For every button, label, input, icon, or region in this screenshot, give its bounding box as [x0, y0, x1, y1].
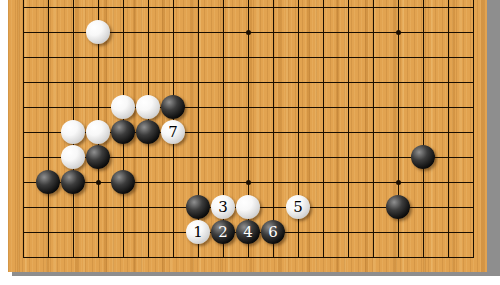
- intersection: [286, 245, 311, 270]
- intersection: [86, 95, 111, 120]
- intersection: [236, 120, 261, 145]
- intersection: [136, 95, 161, 120]
- intersection: [136, 145, 161, 170]
- intersection: [211, 245, 236, 270]
- intersection: [111, 20, 136, 45]
- intersection: [461, 45, 486, 70]
- intersection: [186, 170, 211, 195]
- intersection: 2: [211, 220, 236, 245]
- intersection: [236, 195, 261, 220]
- intersection: [236, 245, 261, 270]
- intersection: [111, 95, 136, 120]
- intersection: [286, 220, 311, 245]
- intersection: [261, 0, 286, 20]
- intersection: [161, 245, 186, 270]
- move-5-white-stone: 5: [286, 195, 310, 219]
- intersection: [211, 145, 236, 170]
- intersection: [61, 70, 86, 95]
- intersection: [236, 70, 261, 95]
- intersection: [411, 0, 436, 20]
- intersection: [36, 195, 61, 220]
- intersection: [361, 220, 386, 245]
- intersection: [136, 170, 161, 195]
- intersection: [61, 120, 86, 145]
- intersection: [361, 245, 386, 270]
- intersection: [136, 45, 161, 70]
- intersection: [361, 45, 386, 70]
- intersection: [11, 70, 36, 95]
- intersection: [436, 70, 461, 95]
- intersection: [461, 95, 486, 120]
- intersection: [86, 20, 111, 45]
- intersection: [386, 95, 411, 120]
- intersection: [336, 70, 361, 95]
- white-stone: [86, 120, 110, 144]
- intersection: [311, 20, 336, 45]
- intersection: [111, 120, 136, 145]
- intersection: [61, 220, 86, 245]
- intersection: [386, 220, 411, 245]
- intersection: [36, 245, 61, 270]
- intersection: [436, 120, 461, 145]
- move-number-label: 5: [293, 195, 303, 219]
- intersection: [336, 20, 361, 45]
- intersection: [311, 195, 336, 220]
- white-stone: [136, 95, 160, 119]
- intersection: [411, 20, 436, 45]
- intersection: [411, 245, 436, 270]
- intersection: [136, 195, 161, 220]
- intersection: [211, 120, 236, 145]
- intersection: [386, 70, 411, 95]
- intersection: [311, 220, 336, 245]
- intersection: [36, 45, 61, 70]
- intersection: [361, 145, 386, 170]
- go-board: 7351246: [8, 0, 487, 272]
- move-number-label: 4: [243, 220, 253, 244]
- intersection: [436, 0, 461, 20]
- intersection: [386, 245, 411, 270]
- intersection: [36, 145, 61, 170]
- intersection: [286, 170, 311, 195]
- intersection: [186, 20, 211, 45]
- intersection: [86, 170, 111, 195]
- intersection: [61, 45, 86, 70]
- intersection: 5: [286, 195, 311, 220]
- intersection: [161, 45, 186, 70]
- intersection: [336, 220, 361, 245]
- intersection: [311, 245, 336, 270]
- intersection: [61, 195, 86, 220]
- intersection: [186, 195, 211, 220]
- star-point: [96, 180, 101, 185]
- intersection: [436, 45, 461, 70]
- move-number-label: 7: [168, 120, 178, 144]
- intersection: [286, 70, 311, 95]
- intersection: [11, 245, 36, 270]
- intersection: [86, 220, 111, 245]
- move-7-white-stone: 7: [161, 120, 185, 144]
- intersection: 6: [261, 220, 286, 245]
- intersection: [336, 95, 361, 120]
- intersection: 7: [161, 120, 186, 145]
- intersection: [411, 170, 436, 195]
- intersection: [11, 45, 36, 70]
- intersection: 1: [186, 220, 211, 245]
- intersection: [161, 95, 186, 120]
- intersection: [461, 195, 486, 220]
- black-stone: [111, 120, 135, 144]
- star-point: [246, 180, 251, 185]
- white-stone: [111, 95, 135, 119]
- intersection: [436, 170, 461, 195]
- move-1-white-stone: 1: [186, 220, 210, 244]
- intersection: [86, 145, 111, 170]
- intersection: [11, 145, 36, 170]
- intersection: [336, 0, 361, 20]
- intersection: [236, 95, 261, 120]
- intersection: [11, 170, 36, 195]
- intersection: [161, 195, 186, 220]
- intersection: [61, 0, 86, 20]
- white-stone: [86, 20, 110, 44]
- black-stone: [411, 145, 435, 169]
- move-number-label: 1: [193, 220, 203, 244]
- black-stone: [386, 195, 410, 219]
- intersection: [361, 20, 386, 45]
- intersection: [261, 70, 286, 95]
- intersection: [211, 95, 236, 120]
- white-stone: [61, 120, 85, 144]
- intersection: [136, 245, 161, 270]
- intersection: [111, 245, 136, 270]
- intersection: [311, 145, 336, 170]
- intersection: [111, 0, 136, 20]
- intersection: [36, 70, 61, 95]
- intersection: [161, 70, 186, 95]
- intersection: [336, 195, 361, 220]
- intersection: [311, 0, 336, 20]
- intersection: [236, 45, 261, 70]
- intersection: [311, 70, 336, 95]
- intersection: [61, 170, 86, 195]
- intersection: [286, 0, 311, 20]
- intersection: [86, 45, 111, 70]
- intersection: [211, 0, 236, 20]
- intersection: [461, 120, 486, 145]
- intersection: [211, 45, 236, 70]
- intersection: [361, 170, 386, 195]
- intersection: [161, 20, 186, 45]
- intersection: [111, 70, 136, 95]
- intersection: [261, 195, 286, 220]
- intersection: [361, 0, 386, 20]
- intersection: [361, 120, 386, 145]
- intersection: [386, 0, 411, 20]
- intersection: [386, 145, 411, 170]
- intersection: [411, 120, 436, 145]
- intersection: [261, 170, 286, 195]
- intersection: [461, 70, 486, 95]
- intersection: [161, 220, 186, 245]
- intersection: [411, 145, 436, 170]
- white-stone: [61, 145, 85, 169]
- intersection: [186, 245, 211, 270]
- intersection: [261, 245, 286, 270]
- intersection: [461, 145, 486, 170]
- intersection: [436, 245, 461, 270]
- intersection: [411, 70, 436, 95]
- intersection: [136, 20, 161, 45]
- intersection: [436, 95, 461, 120]
- star-point: [246, 30, 251, 35]
- intersection: [11, 120, 36, 145]
- intersection: [161, 0, 186, 20]
- intersection: [136, 120, 161, 145]
- intersection: [61, 245, 86, 270]
- intersection: [36, 120, 61, 145]
- intersection: [361, 70, 386, 95]
- intersection: [86, 245, 111, 270]
- intersection: [261, 145, 286, 170]
- intersection: [236, 145, 261, 170]
- black-stone: [136, 120, 160, 144]
- intersection: [61, 20, 86, 45]
- intersection: [336, 120, 361, 145]
- move-6-black-stone: 6: [261, 220, 285, 244]
- intersection: [111, 145, 136, 170]
- intersection: [236, 0, 261, 20]
- intersection: [411, 45, 436, 70]
- intersection: [61, 145, 86, 170]
- move-2-black-stone: 2: [211, 220, 235, 244]
- intersection: [111, 170, 136, 195]
- intersection: [211, 170, 236, 195]
- move-number-label: 2: [218, 220, 228, 244]
- intersection: [36, 220, 61, 245]
- intersection: [86, 70, 111, 95]
- intersection: [311, 45, 336, 70]
- intersection: 4: [236, 220, 261, 245]
- intersection: [386, 195, 411, 220]
- intersection: [336, 170, 361, 195]
- intersection: [311, 170, 336, 195]
- intersection: 3: [211, 195, 236, 220]
- intersection: [11, 220, 36, 245]
- intersection: [336, 245, 361, 270]
- intersection: [386, 120, 411, 145]
- intersection: [136, 0, 161, 20]
- intersection: [111, 220, 136, 245]
- intersection: [411, 195, 436, 220]
- intersection: [36, 170, 61, 195]
- intersection: [286, 45, 311, 70]
- intersection: [286, 20, 311, 45]
- intersection: [436, 145, 461, 170]
- intersection: [411, 220, 436, 245]
- intersection: [11, 95, 36, 120]
- black-stone: [186, 195, 210, 219]
- black-stone: [36, 170, 60, 194]
- intersection: [36, 20, 61, 45]
- intersection: [161, 170, 186, 195]
- black-stone: [86, 145, 110, 169]
- intersection: [286, 145, 311, 170]
- intersection: [461, 170, 486, 195]
- intersection: [411, 95, 436, 120]
- intersection: [386, 170, 411, 195]
- black-stone: [111, 170, 135, 194]
- intersection: [436, 20, 461, 45]
- intersection: [386, 20, 411, 45]
- black-stone: [61, 170, 85, 194]
- board-grid: 7351246: [11, 0, 486, 270]
- intersection: [261, 20, 286, 45]
- intersection: [261, 45, 286, 70]
- move-3-white-stone: 3: [211, 195, 235, 219]
- intersection: [236, 20, 261, 45]
- intersection: [286, 95, 311, 120]
- move-number-label: 3: [218, 195, 228, 219]
- intersection: [211, 70, 236, 95]
- intersection: [186, 120, 211, 145]
- intersection: [461, 20, 486, 45]
- intersection: [461, 245, 486, 270]
- move-number-label: 6: [268, 220, 278, 244]
- intersection: [286, 120, 311, 145]
- white-stone: [236, 195, 260, 219]
- intersection: [36, 0, 61, 20]
- intersection: [186, 0, 211, 20]
- page: 7351246: [0, 0, 500, 285]
- black-stone: [161, 95, 185, 119]
- intersection: [261, 95, 286, 120]
- intersection: [361, 195, 386, 220]
- intersection: [336, 145, 361, 170]
- intersection: [86, 0, 111, 20]
- intersection: [186, 70, 211, 95]
- intersection: [86, 195, 111, 220]
- intersection: [186, 95, 211, 120]
- intersection: [311, 120, 336, 145]
- intersection: [361, 95, 386, 120]
- intersection: [161, 145, 186, 170]
- intersection: [86, 120, 111, 145]
- intersection: [136, 70, 161, 95]
- move-4-black-stone: 4: [236, 220, 260, 244]
- intersection: [436, 195, 461, 220]
- intersection: [111, 45, 136, 70]
- intersection: [11, 20, 36, 45]
- intersection: [386, 45, 411, 70]
- intersection: [11, 195, 36, 220]
- intersection: [136, 220, 161, 245]
- intersection: [436, 220, 461, 245]
- intersection: [61, 95, 86, 120]
- intersection: [236, 170, 261, 195]
- intersection: [461, 220, 486, 245]
- intersection: [261, 120, 286, 145]
- intersection: [111, 195, 136, 220]
- intersection: [11, 0, 36, 20]
- intersection: [211, 20, 236, 45]
- intersection: [311, 95, 336, 120]
- intersection: [461, 0, 486, 20]
- intersection: [336, 45, 361, 70]
- star-point: [396, 180, 401, 185]
- intersection: [36, 95, 61, 120]
- intersection: [186, 45, 211, 70]
- star-point: [396, 30, 401, 35]
- intersection: [186, 145, 211, 170]
